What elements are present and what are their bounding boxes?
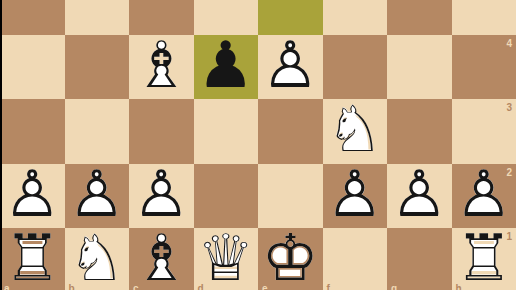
square-a5[interactable] xyxy=(0,0,65,35)
white-pawn[interactable]: ♟♙ xyxy=(65,164,130,229)
square-e3[interactable] xyxy=(258,99,323,164)
square-c2[interactable]: ♟♙ xyxy=(129,164,194,229)
white-pawn[interactable]: ♟♙ xyxy=(387,164,452,229)
square-h5[interactable] xyxy=(452,0,516,35)
rank-coordinate-3: 3 xyxy=(506,103,512,113)
white-bishop[interactable]: ♝♗ xyxy=(129,35,194,100)
square-h1[interactable]: ♜♖1h xyxy=(452,228,516,290)
white-bishop[interactable]: ♝♗ xyxy=(129,228,194,290)
white-pawn[interactable]: ♟♙ xyxy=(258,35,323,100)
white-knight[interactable]: ♞♘ xyxy=(65,228,130,290)
square-d1[interactable]: ♛♕d xyxy=(194,228,259,290)
square-e2[interactable] xyxy=(258,164,323,229)
file-coordinate-f: f xyxy=(327,284,330,290)
square-c1[interactable]: ♝♗c xyxy=(129,228,194,290)
file-coordinate-b: b xyxy=(69,284,75,290)
chess-board: ♝♗♟♟♙4♞♘3♟♙♟♙♟♙♟♙♟♙♟♙2♜♖a♞♘b♝♗c♛♕d♚♔efg♜… xyxy=(0,0,516,290)
white-king[interactable]: ♚♔ xyxy=(258,228,323,290)
file-coordinate-g: g xyxy=(391,284,397,290)
file-coordinate-d: d xyxy=(198,284,204,290)
square-c3[interactable] xyxy=(129,99,194,164)
file-coordinate-c: c xyxy=(133,284,139,290)
square-e1[interactable]: ♚♔e xyxy=(258,228,323,290)
square-a1[interactable]: ♜♖a xyxy=(0,228,65,290)
square-d4[interactable]: ♟ xyxy=(194,35,259,100)
white-pawn[interactable]: ♟♙ xyxy=(323,164,388,229)
square-f3[interactable]: ♞♘ xyxy=(323,99,388,164)
file-coordinate-a: a xyxy=(4,284,10,290)
square-h4[interactable]: 4 xyxy=(452,35,516,100)
square-b4[interactable] xyxy=(65,35,130,100)
left-edge-strip xyxy=(0,0,2,290)
square-g2[interactable]: ♟♙ xyxy=(387,164,452,229)
square-f4[interactable] xyxy=(323,35,388,100)
white-pawn[interactable]: ♟♙ xyxy=(0,164,65,229)
square-d3[interactable] xyxy=(194,99,259,164)
square-b1[interactable]: ♞♘b xyxy=(65,228,130,290)
file-coordinate-h: h xyxy=(456,284,462,290)
rank-coordinate-1: 1 xyxy=(506,232,512,242)
square-f2[interactable]: ♟♙ xyxy=(323,164,388,229)
white-queen[interactable]: ♛♕ xyxy=(194,228,259,290)
rank-coordinate-2: 2 xyxy=(506,168,512,178)
square-d2[interactable] xyxy=(194,164,259,229)
square-g3[interactable] xyxy=(387,99,452,164)
square-b2[interactable]: ♟♙ xyxy=(65,164,130,229)
square-b3[interactable] xyxy=(65,99,130,164)
square-c4[interactable]: ♝♗ xyxy=(129,35,194,100)
square-a3[interactable] xyxy=(0,99,65,164)
file-coordinate-e: e xyxy=(262,284,268,290)
square-a2[interactable]: ♟♙ xyxy=(0,164,65,229)
black-pawn[interactable]: ♟ xyxy=(194,35,259,100)
square-f5[interactable] xyxy=(323,0,388,35)
square-f1[interactable]: f xyxy=(323,228,388,290)
white-knight[interactable]: ♞♘ xyxy=(323,99,388,164)
square-e4[interactable]: ♟♙ xyxy=(258,35,323,100)
rank-coordinate-4: 4 xyxy=(506,39,512,49)
white-pawn[interactable]: ♟♙ xyxy=(129,164,194,229)
square-h2[interactable]: ♟♙2 xyxy=(452,164,516,229)
square-a4[interactable] xyxy=(0,35,65,100)
square-b5[interactable] xyxy=(65,0,130,35)
square-g5[interactable] xyxy=(387,0,452,35)
square-g4[interactable] xyxy=(387,35,452,100)
square-h3[interactable]: 3 xyxy=(452,99,516,164)
square-g1[interactable]: g xyxy=(387,228,452,290)
white-rook[interactable]: ♜♖ xyxy=(0,228,65,290)
board-crop-view: ♝♗♟♟♙4♞♘3♟♙♟♙♟♙♟♙♟♙♟♙2♜♖a♞♘b♝♗c♛♕d♚♔efg♜… xyxy=(0,0,516,290)
